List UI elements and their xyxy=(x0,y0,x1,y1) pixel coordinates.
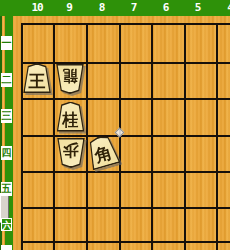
board-gridline xyxy=(21,135,230,137)
piece-kanji: 龍 xyxy=(56,64,84,88)
rank-labels-bar: 一 二 三 四 五 六 xyxy=(0,16,13,250)
piece-kanji: 歩 xyxy=(57,138,85,162)
rank-label-6: 六 xyxy=(1,218,12,231)
piece-bishop-8-4[interactable]: 角 xyxy=(88,136,117,167)
piece-king-10-2[interactable]: 王 xyxy=(23,63,51,93)
piece-body: 歩 xyxy=(57,138,85,168)
piece-body: 桂 xyxy=(57,102,85,132)
rank-label-7-partial xyxy=(1,245,12,250)
piece-body: 龍 xyxy=(56,64,84,94)
file-label-6: 6 xyxy=(163,2,169,14)
rank-label-3: 三 xyxy=(1,109,12,123)
rank-label-1: 一 xyxy=(1,36,12,50)
file-label-7: 7 xyxy=(131,2,137,14)
board-gridline xyxy=(151,23,153,250)
board-gridline xyxy=(184,23,186,250)
piece-pawn-9-4[interactable]: 歩 xyxy=(57,138,85,168)
rank-label-2: 二 xyxy=(1,73,12,87)
piece-knight-9-3[interactable]: 桂 xyxy=(57,102,85,132)
board-gridline xyxy=(21,62,230,64)
rank-label-4: 四 xyxy=(1,146,12,160)
piece-kanji: 王 xyxy=(23,69,51,93)
piece-dragon-9-2[interactable]: 龍 xyxy=(56,64,84,94)
file-label-9: 9 xyxy=(66,2,72,14)
piece-body: 角 xyxy=(84,132,120,170)
board-gridline xyxy=(21,241,230,243)
file-label-8: 8 xyxy=(99,2,105,14)
piece-body: 王 xyxy=(23,63,51,93)
rank-label-5: 五 xyxy=(1,182,12,196)
file-label-10: 10 xyxy=(31,2,42,14)
board-gridline xyxy=(21,207,230,209)
file-label-5: 5 xyxy=(195,2,201,14)
board-gridline xyxy=(21,23,230,25)
board-gridline xyxy=(21,171,230,173)
shogi-app-window: 10 9 8 7 6 5 4 一 二 三 四 五 六 王 龍 xyxy=(0,0,230,250)
board-gridline xyxy=(21,23,23,250)
board-gridline xyxy=(21,98,230,100)
board-gridline xyxy=(53,23,55,250)
piece-kanji: 桂 xyxy=(57,108,85,132)
file-label-4: 4 xyxy=(227,2,230,14)
board-gridline xyxy=(216,23,218,250)
file-labels-bar: 10 9 8 7 6 5 4 xyxy=(0,0,230,16)
